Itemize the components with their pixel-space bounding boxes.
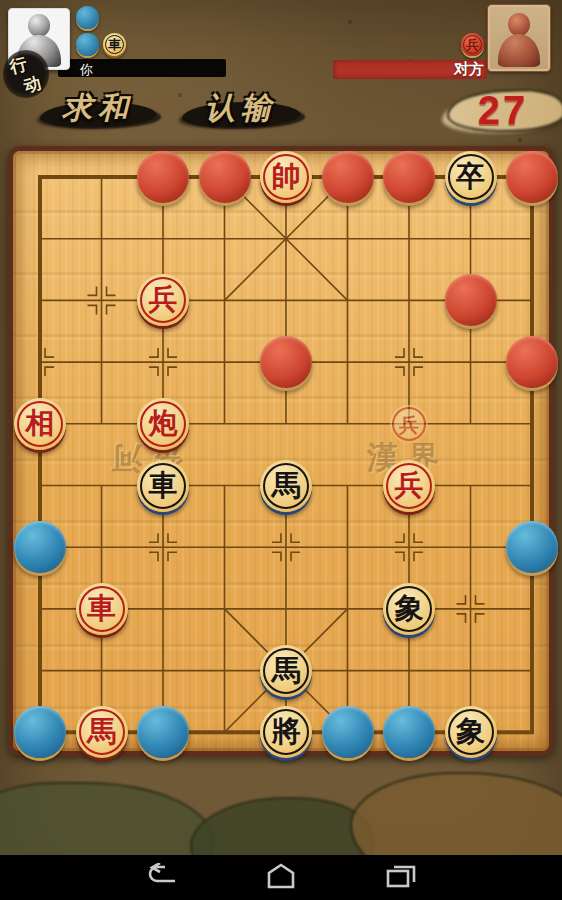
hidden-piece-red-c7r2[interactable] (445, 274, 497, 326)
piece-將-blue-c4r9[interactable]: 將 (260, 706, 312, 758)
hidden-piece-red-c8r0[interactable] (506, 151, 558, 203)
map-background (0, 752, 562, 855)
hidden-piece-red-c4r3[interactable] (260, 336, 312, 388)
hidden-piece-red-c2r0[interactable] (137, 151, 189, 203)
piece-兵-red-c2r2[interactable]: 兵 (137, 274, 189, 326)
piece-馬-blue-c4r8[interactable]: 馬 (260, 645, 312, 697)
recents-icon[interactable] (379, 863, 423, 893)
offer-draw-button[interactable]: 求和 (40, 88, 156, 128)
opponent-name: 对方 (454, 60, 484, 79)
resign-button[interactable]: 认输 (182, 88, 300, 128)
timer-value: 27 (447, 88, 559, 133)
hidden-piece-red-c8r3[interactable] (506, 336, 558, 388)
hidden-piece-blue-c6r9[interactable] (383, 706, 435, 758)
hidden-piece-red-c6r0[interactable] (383, 151, 435, 203)
piece-象-blue-c7r9[interactable]: 象 (445, 706, 497, 758)
android-navigation-bar (0, 855, 562, 900)
opponent-name-bar: 对方 (333, 60, 487, 79)
piece-卒-blue-c7r0[interactable]: 卒 (445, 151, 497, 203)
last-move-origin-marker: 兵 (390, 405, 428, 443)
hidden-piece-blue-c8r6[interactable] (506, 521, 558, 573)
hidden-piece-red-c5r0[interactable] (322, 151, 374, 203)
opponent-avatar-icon (490, 7, 548, 69)
piece-馬-blue-c4r5[interactable]: 馬 (260, 460, 312, 512)
hidden-piece-blue-c0r9[interactable] (14, 706, 66, 758)
hidden-piece-red-c3r0[interactable] (199, 151, 251, 203)
captured-hidden-piece (76, 33, 99, 56)
captured-hidden-piece (76, 6, 99, 29)
move-timer: 27 (447, 86, 559, 134)
captured-piece-兵: 兵 (461, 33, 484, 56)
player-name: 你 (80, 61, 93, 79)
hidden-piece-blue-c5r9[interactable] (322, 706, 374, 758)
piece-帥-red-c4r0[interactable]: 帥 (260, 151, 312, 203)
piece-象-blue-c6r7[interactable]: 象 (383, 583, 435, 635)
home-icon[interactable] (259, 863, 303, 893)
captured-piece-車: 車 (103, 33, 126, 56)
app-screen: 你 行 动 对方 求和 认输 27 楚河 漢界 帥卒兵相炮車馬兵車象馬馬將象兵 (0, 0, 562, 900)
piece-馬-red-c1r9[interactable]: 馬 (76, 706, 128, 758)
piece-炮-red-c2r4[interactable]: 炮 (137, 398, 189, 450)
piece-車-red-c1r7[interactable]: 車 (76, 583, 128, 635)
piece-兵-red-c6r5[interactable]: 兵 (383, 460, 435, 512)
hidden-piece-blue-c2r9[interactable] (137, 706, 189, 758)
turn-indicator-badge: 行 动 (3, 50, 49, 98)
back-icon[interactable] (140, 863, 184, 893)
opponent-avatar[interactable] (488, 5, 550, 71)
xiangqi-board[interactable]: 楚河 漢界 帥卒兵相炮車馬兵車象馬馬將象兵 (8, 146, 554, 756)
piece-相-red-c0r4[interactable]: 相 (14, 398, 66, 450)
player-name-bar: 你 (58, 59, 226, 77)
hidden-piece-blue-c0r6[interactable] (14, 521, 66, 573)
piece-車-blue-c2r5[interactable]: 車 (137, 460, 189, 512)
